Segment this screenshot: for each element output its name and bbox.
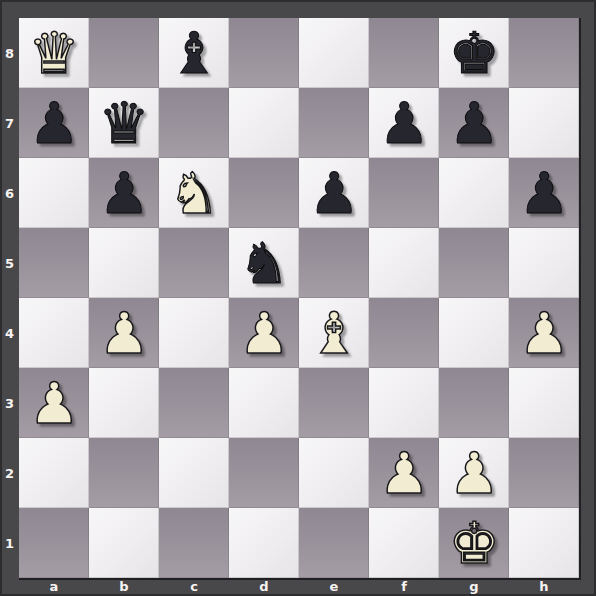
square-d3[interactable] bbox=[229, 368, 299, 438]
piece-white-queen-a8[interactable]: ♛ bbox=[28, 25, 79, 82]
square-a3[interactable]: ♟ bbox=[19, 368, 89, 438]
file-label-b: b bbox=[89, 578, 159, 596]
piece-white-bishop-e4[interactable]: ♝ bbox=[308, 305, 359, 362]
piece-white-pawn-f2[interactable]: ♟ bbox=[378, 445, 429, 502]
square-g4[interactable] bbox=[439, 298, 509, 368]
square-c5[interactable] bbox=[159, 228, 229, 298]
square-c4[interactable] bbox=[159, 298, 229, 368]
piece-white-king-g1[interactable]: ♚ bbox=[448, 515, 499, 572]
square-e6[interactable]: ♟ bbox=[299, 158, 369, 228]
square-a7[interactable]: ♟ bbox=[19, 88, 89, 158]
square-b1[interactable] bbox=[89, 508, 159, 578]
square-g8[interactable]: ♚ bbox=[439, 18, 509, 88]
rank-label-6: 6 bbox=[0, 158, 19, 228]
square-c3[interactable] bbox=[159, 368, 229, 438]
piece-white-knight-c6[interactable]: ♞ bbox=[168, 165, 219, 222]
square-h1[interactable] bbox=[509, 508, 579, 578]
rank-label-4: 4 bbox=[0, 298, 19, 368]
rank-label-7: 7 bbox=[0, 88, 19, 158]
square-c8[interactable]: ♝ bbox=[159, 18, 229, 88]
square-d7[interactable] bbox=[229, 88, 299, 158]
square-c1[interactable] bbox=[159, 508, 229, 578]
square-b4[interactable]: ♟ bbox=[89, 298, 159, 368]
square-a5[interactable] bbox=[19, 228, 89, 298]
square-c2[interactable] bbox=[159, 438, 229, 508]
square-e3[interactable] bbox=[299, 368, 369, 438]
square-g1[interactable]: ♚ bbox=[439, 508, 509, 578]
square-a6[interactable] bbox=[19, 158, 89, 228]
square-f7[interactable]: ♟ bbox=[369, 88, 439, 158]
square-a1[interactable] bbox=[19, 508, 89, 578]
piece-black-knight-d5[interactable]: ♞ bbox=[238, 235, 289, 292]
piece-white-pawn-d4[interactable]: ♟ bbox=[238, 305, 289, 362]
file-label-c: c bbox=[159, 578, 229, 596]
square-a2[interactable] bbox=[19, 438, 89, 508]
square-h3[interactable] bbox=[509, 368, 579, 438]
square-a8[interactable]: ♛ bbox=[19, 18, 89, 88]
piece-white-pawn-a3[interactable]: ♟ bbox=[28, 375, 79, 432]
square-b7[interactable]: ♛ bbox=[89, 88, 159, 158]
square-h2[interactable] bbox=[509, 438, 579, 508]
square-f6[interactable] bbox=[369, 158, 439, 228]
chess-board-frame: 87654321 ♛♝♚♟♛♟♟♟♞♟♟♞♟♟♝♟♟♟♟♚ abcdefgh bbox=[0, 0, 596, 596]
piece-white-pawn-b4[interactable]: ♟ bbox=[98, 305, 149, 362]
square-c7[interactable] bbox=[159, 88, 229, 158]
file-labels: abcdefgh bbox=[19, 578, 579, 596]
square-e1[interactable] bbox=[299, 508, 369, 578]
rank-labels: 87654321 bbox=[0, 18, 19, 578]
square-f3[interactable] bbox=[369, 368, 439, 438]
square-d6[interactable] bbox=[229, 158, 299, 228]
piece-black-queen-b7[interactable]: ♛ bbox=[98, 95, 149, 152]
square-d8[interactable] bbox=[229, 18, 299, 88]
rank-label-2: 2 bbox=[0, 438, 19, 508]
square-f5[interactable] bbox=[369, 228, 439, 298]
file-label-e: e bbox=[299, 578, 369, 596]
square-g2[interactable]: ♟ bbox=[439, 438, 509, 508]
file-label-h: h bbox=[509, 578, 579, 596]
rank-label-5: 5 bbox=[0, 228, 19, 298]
piece-black-pawn-h6[interactable]: ♟ bbox=[518, 165, 569, 222]
piece-black-pawn-a7[interactable]: ♟ bbox=[28, 95, 79, 152]
square-a4[interactable] bbox=[19, 298, 89, 368]
piece-black-pawn-g7[interactable]: ♟ bbox=[448, 95, 499, 152]
square-f4[interactable] bbox=[369, 298, 439, 368]
square-g3[interactable] bbox=[439, 368, 509, 438]
square-d1[interactable] bbox=[229, 508, 299, 578]
square-f8[interactable] bbox=[369, 18, 439, 88]
piece-black-pawn-b6[interactable]: ♟ bbox=[98, 165, 149, 222]
rank-label-3: 3 bbox=[0, 368, 19, 438]
rank-label-1: 1 bbox=[0, 508, 19, 578]
square-h5[interactable] bbox=[509, 228, 579, 298]
piece-white-pawn-h4[interactable]: ♟ bbox=[518, 305, 569, 362]
square-d2[interactable] bbox=[229, 438, 299, 508]
square-d4[interactable]: ♟ bbox=[229, 298, 299, 368]
square-b5[interactable] bbox=[89, 228, 159, 298]
square-e8[interactable] bbox=[299, 18, 369, 88]
square-e2[interactable] bbox=[299, 438, 369, 508]
piece-black-pawn-f7[interactable]: ♟ bbox=[378, 95, 429, 152]
square-h8[interactable] bbox=[509, 18, 579, 88]
square-c6[interactable]: ♞ bbox=[159, 158, 229, 228]
square-e5[interactable] bbox=[299, 228, 369, 298]
rank-label-8: 8 bbox=[0, 18, 19, 88]
square-b3[interactable] bbox=[89, 368, 159, 438]
square-f1[interactable] bbox=[369, 508, 439, 578]
file-label-f: f bbox=[369, 578, 439, 596]
square-e7[interactable] bbox=[299, 88, 369, 158]
square-d5[interactable]: ♞ bbox=[229, 228, 299, 298]
square-g7[interactable]: ♟ bbox=[439, 88, 509, 158]
piece-black-king-g8[interactable]: ♚ bbox=[448, 25, 499, 82]
file-label-g: g bbox=[439, 578, 509, 596]
file-label-a: a bbox=[19, 578, 89, 596]
square-f2[interactable]: ♟ bbox=[369, 438, 439, 508]
piece-black-pawn-e6[interactable]: ♟ bbox=[308, 165, 359, 222]
chess-board[interactable]: ♛♝♚♟♛♟♟♟♞♟♟♞♟♟♝♟♟♟♟♚ bbox=[19, 18, 581, 580]
square-h6[interactable]: ♟ bbox=[509, 158, 579, 228]
square-h4[interactable]: ♟ bbox=[509, 298, 579, 368]
piece-black-bishop-c8[interactable]: ♝ bbox=[168, 25, 219, 82]
piece-white-pawn-g2[interactable]: ♟ bbox=[448, 445, 499, 502]
file-label-d: d bbox=[229, 578, 299, 596]
square-g5[interactable] bbox=[439, 228, 509, 298]
square-b8[interactable] bbox=[89, 18, 159, 88]
square-g6[interactable] bbox=[439, 158, 509, 228]
square-h7[interactable] bbox=[509, 88, 579, 158]
square-b6[interactable]: ♟ bbox=[89, 158, 159, 228]
square-e4[interactable]: ♝ bbox=[299, 298, 369, 368]
square-b2[interactable] bbox=[89, 438, 159, 508]
